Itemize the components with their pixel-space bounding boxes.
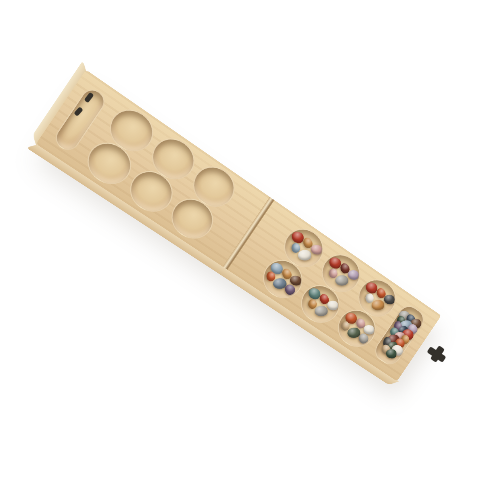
gemstone-white xyxy=(326,299,340,312)
product-photo xyxy=(0,0,500,500)
board-half-left xyxy=(36,70,270,267)
gemstone-lavender xyxy=(347,269,361,282)
gemstone-dark_grey xyxy=(383,293,396,305)
gemstone-grey xyxy=(335,275,349,286)
gemstone-grey xyxy=(314,306,328,317)
gemstone-pink xyxy=(309,243,323,256)
gemstone-white xyxy=(298,249,312,260)
mancala-board xyxy=(36,70,441,381)
gemstone-amber xyxy=(371,300,385,311)
board-half-right xyxy=(228,200,442,381)
